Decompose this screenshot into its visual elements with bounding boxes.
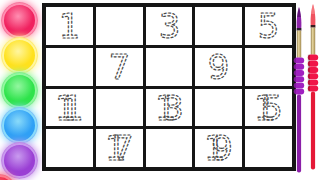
pink-paint-cup[interactable] bbox=[1, 2, 38, 39]
brush-grip bbox=[308, 55, 318, 92]
trace-number: 11 bbox=[55, 89, 84, 126]
trace-number: 7 bbox=[108, 48, 129, 85]
brush-grip bbox=[294, 58, 304, 95]
cell-r2-c5[interactable] bbox=[245, 48, 292, 86]
cell-r1-c3[interactable]: 3 bbox=[146, 7, 193, 45]
trace-number: 13 bbox=[155, 89, 184, 126]
trace-number: 9 bbox=[208, 48, 229, 85]
cell-r2-c3[interactable] bbox=[146, 48, 193, 86]
trace-number: 3 bbox=[158, 7, 179, 44]
paint-cups-column bbox=[0, 0, 42, 180]
blue-paint-cup[interactable] bbox=[1, 107, 38, 144]
cell-r3-c3[interactable]: 13 bbox=[146, 89, 193, 127]
brush-ferrule bbox=[311, 28, 315, 55]
red-paintbrush[interactable] bbox=[306, 3, 320, 171]
trace-number: 5 bbox=[258, 7, 279, 44]
brush-ferrule-band bbox=[297, 28, 302, 31]
purple-paint-cup[interactable] bbox=[1, 142, 38, 179]
cell-r2-c2[interactable]: 7 bbox=[96, 48, 143, 86]
cell-r1-c5[interactable]: 5 bbox=[245, 7, 292, 45]
cell-r4-c3[interactable] bbox=[146, 129, 193, 167]
trace-number: 1 bbox=[59, 7, 80, 44]
green-paint-cup[interactable] bbox=[1, 72, 38, 109]
number-tracing-grid: 1 3 5 7 9 11 13 15 17 19 bbox=[42, 3, 296, 171]
brush-handle bbox=[297, 95, 301, 173]
cell-r4-c5[interactable] bbox=[245, 129, 292, 167]
brush-ferrule-band bbox=[311, 25, 316, 28]
yellow-paint-cup[interactable] bbox=[1, 37, 38, 74]
cell-r4-c1[interactable] bbox=[46, 129, 93, 167]
cell-r3-c4[interactable] bbox=[195, 89, 242, 127]
cell-r3-c2[interactable] bbox=[96, 89, 143, 127]
cell-r4-c2[interactable]: 17 bbox=[96, 129, 143, 167]
trace-number: 19 bbox=[204, 130, 233, 167]
cell-r2-c1[interactable] bbox=[46, 48, 93, 86]
cell-r1-c4[interactable] bbox=[195, 7, 242, 45]
worksheet-page: 1 3 5 7 9 11 13 15 17 19 bbox=[0, 0, 320, 180]
brush-ferrule bbox=[297, 31, 301, 58]
cell-r3-c5[interactable]: 15 bbox=[245, 89, 292, 127]
cell-r3-c1[interactable]: 11 bbox=[46, 89, 93, 127]
cell-r1-c2[interactable] bbox=[96, 7, 143, 45]
cell-r4-c4[interactable]: 19 bbox=[195, 129, 242, 167]
purple-paintbrush[interactable] bbox=[292, 6, 306, 174]
cell-r2-c4[interactable]: 9 bbox=[195, 48, 242, 86]
trace-number: 15 bbox=[254, 89, 283, 126]
cell-r1-c1[interactable]: 1 bbox=[46, 7, 93, 45]
trace-number: 17 bbox=[105, 130, 134, 167]
brush-handle bbox=[311, 92, 315, 170]
